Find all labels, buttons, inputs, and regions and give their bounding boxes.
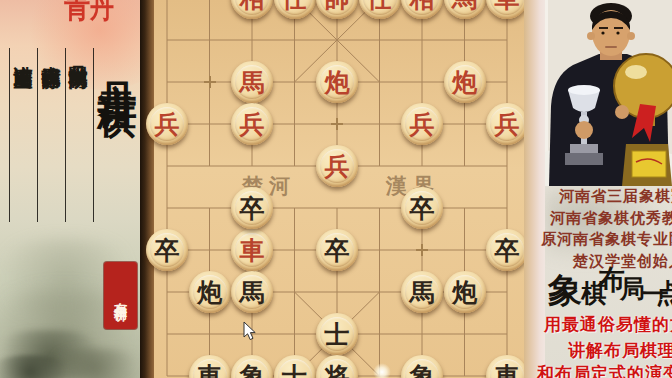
red-piece-兵[interactable]: 兵	[486, 103, 528, 145]
eye	[601, 31, 604, 34]
ear	[587, 32, 595, 40]
piece-character: 卒	[155, 238, 180, 263]
board-right-gap	[524, 0, 545, 378]
panel-divider	[140, 0, 154, 378]
hand	[615, 105, 629, 119]
black-piece-馬[interactable]: 馬	[231, 271, 273, 313]
point-marker	[416, 244, 428, 256]
column-rule	[65, 48, 66, 222]
piece-character: 将	[325, 364, 350, 378]
piece-character: 車	[495, 0, 520, 11]
black-piece-炮[interactable]: 炮	[444, 271, 486, 313]
piece-character: 車	[197, 364, 222, 378]
piece-character: 兵	[325, 154, 350, 179]
presenter-photo	[545, 0, 672, 186]
series-badge-buju-jingjiang: 布局精讲	[104, 262, 137, 329]
piece-character: 炮	[325, 70, 350, 95]
series-badge-text: 布局精讲	[104, 292, 137, 300]
hand	[575, 121, 593, 139]
piece-character: 帥	[325, 0, 350, 11]
column-rule	[93, 48, 94, 222]
piece-character: 士	[325, 322, 350, 347]
piece-character: 兵	[155, 112, 180, 137]
ink-mist	[545, 186, 672, 266]
point-marker	[331, 118, 343, 130]
poem-line-1: 丹阳城南秋海阴	[66, 50, 92, 57]
piece-character: 卒	[495, 238, 520, 263]
piece-character: 炮	[452, 70, 477, 95]
piece-character: 炮	[452, 280, 477, 305]
red-piece-車[interactable]: 車	[231, 229, 273, 271]
eyebrow	[599, 27, 608, 29]
eye	[616, 31, 619, 34]
ear	[627, 32, 635, 40]
red-piece-兵[interactable]: 兵	[146, 103, 188, 145]
black-piece-卒[interactable]: 卒	[146, 229, 188, 271]
piece-character: 兵	[495, 112, 520, 137]
piece-character: 仕	[367, 0, 392, 11]
black-piece-卒[interactable]: 卒	[486, 229, 528, 271]
poem-line-3: 讲席旧逢山鸟至	[11, 50, 37, 57]
eyebrow	[614, 27, 623, 29]
black-piece-士[interactable]: 士	[316, 313, 358, 355]
piece-character: 馬	[240, 70, 265, 95]
seal-stamp-right: 丹	[90, 0, 114, 21]
piece-character: 馬	[410, 280, 435, 305]
point-marker	[204, 76, 216, 88]
video-frame: 青 丹 丹青讲棋 丹阳城南秋海阴 青嶂浅深当雨静 讲席旧逢山鸟至 布局精讲 楚河…	[0, 0, 672, 378]
piece-character: 馬	[452, 0, 477, 11]
move-sparkle-effect	[373, 363, 391, 378]
piece-character: 卒	[240, 196, 265, 221]
piece-character: 兵	[410, 112, 435, 137]
piece-character: 相	[240, 0, 265, 11]
seal-stamp-left: 青	[64, 0, 90, 22]
black-piece-卒[interactable]: 卒	[401, 187, 443, 229]
piece-character: 象	[240, 364, 265, 378]
piece-character: 卒	[325, 238, 350, 263]
piece-character: 相	[410, 0, 435, 11]
piece-character: 馬	[240, 280, 265, 305]
red-piece-兵[interactable]: 兵	[316, 145, 358, 187]
piece-character: 兵	[240, 112, 265, 137]
column-rule	[37, 48, 38, 222]
piece-character: 象	[410, 364, 435, 378]
mouth	[605, 46, 617, 48]
black-piece-卒[interactable]: 卒	[316, 229, 358, 271]
piece-character: 車	[495, 364, 520, 378]
red-piece-兵[interactable]: 兵	[231, 103, 273, 145]
black-piece-卒[interactable]: 卒	[231, 187, 273, 229]
show-title-danqing-jiangqi: 丹青讲棋	[96, 50, 140, 250]
red-piece-炮[interactable]: 炮	[316, 61, 358, 103]
black-piece-炮[interactable]: 炮	[189, 271, 231, 313]
xiangqi-board[interactable]: 楚河 漢界 相仕帥仕相馬車馬炮炮兵兵兵兵兵車卒卒卒卒卒炮馬馬炮士車象士将象車	[154, 0, 524, 378]
black-piece-馬[interactable]: 馬	[401, 271, 443, 313]
piece-character: 炮	[197, 280, 222, 305]
left-scroll-panel: 青 丹 丹青讲棋 丹阳城南秋海阴 青嶂浅深当雨静 讲席旧逢山鸟至 布局精讲	[0, 0, 140, 378]
piece-character: 車	[240, 238, 265, 263]
mouse-cursor	[243, 321, 257, 341]
red-piece-炮[interactable]: 炮	[444, 61, 486, 103]
column-rule	[9, 48, 10, 222]
red-piece-兵[interactable]: 兵	[401, 103, 443, 145]
piece-character: 卒	[410, 196, 435, 221]
piece-character: 仕	[282, 0, 307, 11]
red-piece-馬[interactable]: 馬	[231, 61, 273, 103]
poem-line-2: 青嶂浅深当雨静	[39, 50, 65, 57]
piece-character: 士	[282, 364, 307, 378]
